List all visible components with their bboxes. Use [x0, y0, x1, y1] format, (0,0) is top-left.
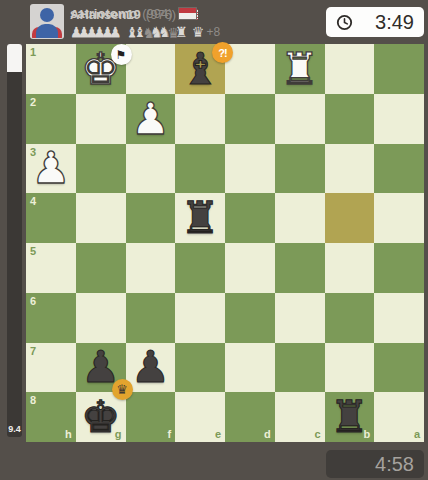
square-c6[interactable]	[275, 293, 325, 343]
square-b3[interactable]	[325, 144, 375, 194]
square-a2[interactable]	[374, 94, 424, 144]
winner-badge: ♛	[112, 379, 133, 400]
player-info-bottom[interactable]: satriotomo (994) ♟♟♟♟♟♟♝♝♞♞♜♛ +8	[70, 5, 220, 40]
square-g1[interactable]: ♚⚑	[76, 44, 126, 94]
square-d6[interactable]	[225, 293, 275, 343]
square-h4[interactable]: 4	[26, 193, 76, 243]
black-king[interactable]: ♚	[76, 392, 126, 442]
square-f5[interactable]	[126, 243, 176, 293]
avatar-bottom[interactable]	[30, 4, 64, 38]
captured-pieces-bottom: ♟♟♟♟♟♟♝♝♞♞♜♛	[70, 24, 209, 40]
square-f4[interactable]	[126, 193, 176, 243]
black-rook[interactable]: ♜	[325, 392, 375, 442]
square-b7[interactable]	[325, 343, 375, 393]
square-e6[interactable]	[175, 293, 225, 343]
square-b2[interactable]	[325, 94, 375, 144]
player-name-bottom: satriotomo	[70, 6, 137, 21]
flag-badge: ⚑	[111, 44, 132, 65]
square-a3[interactable]	[374, 144, 424, 194]
square-h8[interactable]: 8h	[26, 392, 76, 442]
rank-label-2: 2	[30, 97, 36, 108]
square-h7[interactable]: 7	[26, 343, 76, 393]
square-c7[interactable]	[275, 343, 325, 393]
square-d5[interactable]	[225, 243, 275, 293]
square-a8[interactable]: a	[374, 392, 424, 442]
square-f6[interactable]	[126, 293, 176, 343]
square-g8[interactable]: g♚♛	[76, 392, 126, 442]
square-f1[interactable]	[126, 44, 176, 94]
avatar-body	[36, 24, 58, 38]
square-h2[interactable]: 2	[26, 94, 76, 144]
square-g2[interactable]	[76, 94, 126, 144]
white-rook[interactable]: ♜	[275, 44, 325, 94]
square-e2[interactable]	[175, 94, 225, 144]
evaluation-white-segment	[7, 44, 22, 72]
square-d8[interactable]: d	[225, 392, 275, 442]
square-g5[interactable]	[76, 243, 126, 293]
square-b8[interactable]: b♜	[325, 392, 375, 442]
square-g6[interactable]	[76, 293, 126, 343]
square-b5[interactable]	[325, 243, 375, 293]
square-f7[interactable]: ♟	[126, 343, 176, 393]
square-c1[interactable]: ♜	[275, 44, 325, 94]
file-label-c: c	[314, 429, 320, 440]
black-pawn[interactable]: ♟	[126, 343, 176, 393]
square-a1[interactable]	[374, 44, 424, 94]
rank-label-1: 1	[30, 47, 36, 58]
captured-group: ♜	[175, 24, 183, 40]
file-label-e: e	[215, 429, 221, 440]
square-c8[interactable]: c	[275, 392, 325, 442]
square-c2[interactable]	[275, 94, 325, 144]
square-d7[interactable]	[225, 343, 275, 393]
indonesia-flag-icon	[178, 7, 197, 20]
square-f8[interactable]: f	[126, 392, 176, 442]
chess-board: 1♚⚑♝?!♜2♟3♟4♜567♟♟8hg♚♛fedcb♜a	[26, 44, 424, 442]
clock-time-bottom: 4:58	[375, 453, 414, 476]
square-g3[interactable]	[76, 144, 126, 194]
evaluation-bar: 9.4	[7, 44, 22, 437]
person-avatar-icon	[40, 8, 54, 22]
player-bar-bottom: satriotomo (994) ♟♟♟♟♟♟♝♝♞♞♜♛ +8 4:58	[0, 0, 428, 38]
square-e1[interactable]: ♝?!	[175, 44, 225, 94]
black-rook[interactable]: ♜	[175, 193, 225, 243]
square-e5[interactable]	[175, 243, 225, 293]
file-label-f: f	[168, 429, 172, 440]
rank-label-6: 6	[30, 296, 36, 307]
file-label-d: d	[264, 429, 271, 440]
square-a4[interactable]	[374, 193, 424, 243]
captured-group: ♛	[192, 24, 200, 40]
rank-label-7: 7	[30, 346, 36, 357]
square-d3[interactable]	[225, 144, 275, 194]
square-h6[interactable]: 6	[26, 293, 76, 343]
square-c3[interactable]	[275, 144, 325, 194]
material-advantage: +8	[207, 25, 221, 39]
dubious-badge: ?!	[212, 42, 233, 63]
square-d2[interactable]	[225, 94, 275, 144]
square-h5[interactable]: 5	[26, 243, 76, 293]
square-a7[interactable]	[374, 343, 424, 393]
square-f2[interactable]: ♟	[126, 94, 176, 144]
square-d4[interactable]	[225, 193, 275, 243]
square-b1[interactable]	[325, 44, 375, 94]
square-e8[interactable]: e	[175, 392, 225, 442]
square-e3[interactable]	[175, 144, 225, 194]
square-c5[interactable]	[275, 243, 325, 293]
evaluation-value: 9.4	[7, 424, 22, 434]
white-pawn[interactable]: ♟	[26, 144, 76, 194]
square-a6[interactable]	[374, 293, 424, 343]
rank-label-5: 5	[30, 246, 36, 257]
white-pawn[interactable]: ♟	[126, 94, 176, 144]
square-a5[interactable]	[374, 243, 424, 293]
square-h1[interactable]: 1	[26, 44, 76, 94]
captured-group: ♞♞	[150, 24, 166, 40]
square-b6[interactable]	[325, 293, 375, 343]
file-label-h: h	[65, 429, 72, 440]
square-h3[interactable]: 3♟	[26, 144, 76, 194]
file-label-a: a	[414, 429, 420, 440]
player-rating-bottom: (994)	[142, 6, 172, 21]
square-f3[interactable]	[126, 144, 176, 194]
square-b4[interactable]	[325, 193, 375, 243]
rank-label-8: 8	[30, 395, 36, 406]
square-e4[interactable]: ♜	[175, 193, 225, 243]
square-c4[interactable]	[275, 193, 325, 243]
captured-group: ♝♝	[126, 24, 142, 40]
square-g4[interactable]	[76, 193, 126, 243]
clock-bottom: 4:58	[326, 450, 424, 478]
square-e7[interactable]	[175, 343, 225, 393]
captured-group: ♟♟♟♟♟♟	[70, 24, 117, 40]
rank-label-4: 4	[30, 196, 36, 207]
chess-app: ♟ AHansen19 (976) ♟♟♟♟♟♟♝♞♞♛ 3:49 9.4 1♚…	[0, 0, 428, 480]
